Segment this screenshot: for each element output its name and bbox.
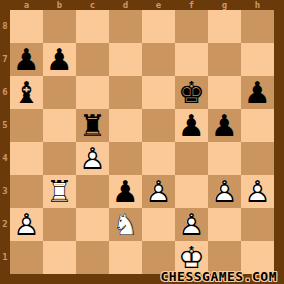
piece-black-bishop[interactable]: ♝: [10, 76, 43, 109]
square-b6[interactable]: [43, 76, 76, 109]
piece-black-pawn[interactable]: ♟: [109, 175, 142, 208]
piece-outline-layer: ♙: [10, 208, 43, 241]
chess-board[interactable]: ♟♟♝♚♟♜♟♟♟♙♜♖♟♟♙♟♙♟♙♟♙♞♘♟♙♚♔: [10, 10, 274, 274]
square-g8[interactable]: [208, 10, 241, 43]
piece-black-pawn[interactable]: ♟: [208, 109, 241, 142]
piece-glyph: ♟: [43, 43, 76, 76]
square-a5[interactable]: [10, 109, 43, 142]
piece-outline-layer: ♘: [109, 208, 142, 241]
square-d3[interactable]: ♟: [109, 175, 142, 208]
square-h8[interactable]: [241, 10, 274, 43]
file-label-f: f: [175, 0, 208, 10]
piece-outline-layer: ♖: [43, 175, 76, 208]
square-c4[interactable]: ♟♙: [76, 142, 109, 175]
square-d8[interactable]: [109, 10, 142, 43]
square-c6[interactable]: [76, 76, 109, 109]
file-label-b: b: [43, 0, 76, 10]
file-label-g: g: [208, 0, 241, 10]
square-d4[interactable]: [109, 142, 142, 175]
rank-label-7: 7: [0, 43, 10, 76]
piece-black-pawn[interactable]: ♟: [241, 76, 274, 109]
chessgames-watermark: CHESSGAMES.COM: [160, 269, 277, 284]
square-b8[interactable]: [43, 10, 76, 43]
piece-black-pawn[interactable]: ♟: [43, 43, 76, 76]
square-a8[interactable]: [10, 10, 43, 43]
square-d1[interactable]: [109, 241, 142, 274]
piece-outline-layer: ♙: [208, 175, 241, 208]
file-label-a: a: [10, 0, 43, 10]
piece-outline-layer: ♙: [76, 142, 109, 175]
piece-white-pawn[interactable]: ♟♙: [10, 208, 43, 241]
square-b2[interactable]: [43, 208, 76, 241]
square-f2[interactable]: ♟♙: [175, 208, 208, 241]
square-d7[interactable]: [109, 43, 142, 76]
rank-label-2: 2: [0, 208, 10, 241]
square-g3[interactable]: ♟♙: [208, 175, 241, 208]
square-g5[interactable]: ♟: [208, 109, 241, 142]
square-a7[interactable]: ♟: [10, 43, 43, 76]
file-label-d: d: [109, 0, 142, 10]
square-e3[interactable]: ♟♙: [142, 175, 175, 208]
square-f7[interactable]: [175, 43, 208, 76]
rank-label-4: 4: [0, 142, 10, 175]
file-label-h: h: [241, 0, 274, 10]
square-e8[interactable]: [142, 10, 175, 43]
piece-white-pawn[interactable]: ♟♙: [76, 142, 109, 175]
square-e7[interactable]: [142, 43, 175, 76]
square-g6[interactable]: [208, 76, 241, 109]
square-h5[interactable]: [241, 109, 274, 142]
piece-outline-layer: ♙: [175, 208, 208, 241]
piece-black-king[interactable]: ♚: [175, 76, 208, 109]
square-c5[interactable]: ♜: [76, 109, 109, 142]
file-label-c: c: [76, 0, 109, 10]
square-e2[interactable]: [142, 208, 175, 241]
piece-glyph: ♟: [10, 43, 43, 76]
piece-black-pawn[interactable]: ♟: [175, 109, 208, 142]
piece-white-pawn[interactable]: ♟♙: [208, 175, 241, 208]
square-e6[interactable]: [142, 76, 175, 109]
piece-white-pawn[interactable]: ♟♙: [142, 175, 175, 208]
file-label-e: e: [142, 0, 175, 10]
square-d5[interactable]: [109, 109, 142, 142]
square-f8[interactable]: [175, 10, 208, 43]
square-a3[interactable]: [10, 175, 43, 208]
square-c7[interactable]: [76, 43, 109, 76]
square-b4[interactable]: [43, 142, 76, 175]
square-b3[interactable]: ♜♖: [43, 175, 76, 208]
square-c3[interactable]: [76, 175, 109, 208]
square-g4[interactable]: [208, 142, 241, 175]
square-a1[interactable]: [10, 241, 43, 274]
square-h7[interactable]: [241, 43, 274, 76]
piece-white-pawn[interactable]: ♟♙: [241, 175, 274, 208]
square-a6[interactable]: ♝: [10, 76, 43, 109]
piece-glyph: ♝: [10, 76, 43, 109]
rank-labels: 87654321: [0, 10, 10, 274]
chessboard-frame: abcdefgh 87654321 ♟♟♝♚♟♜♟♟♟♙♜♖♟♟♙♟♙♟♙♟♙♞…: [0, 0, 284, 284]
square-f4[interactable]: [175, 142, 208, 175]
piece-glyph: ♟: [208, 109, 241, 142]
square-h4[interactable]: [241, 142, 274, 175]
square-e4[interactable]: [142, 142, 175, 175]
square-a2[interactable]: ♟♙: [10, 208, 43, 241]
square-h3[interactable]: ♟♙: [241, 175, 274, 208]
square-g2[interactable]: [208, 208, 241, 241]
piece-glyph: ♚: [175, 76, 208, 109]
square-f3[interactable]: [175, 175, 208, 208]
piece-black-rook[interactable]: ♜: [76, 109, 109, 142]
rank-label-6: 6: [0, 76, 10, 109]
rank-label-5: 5: [0, 109, 10, 142]
square-c1[interactable]: [76, 241, 109, 274]
square-f6[interactable]: ♚: [175, 76, 208, 109]
rank-label-8: 8: [0, 10, 10, 43]
rank-label-1: 1: [0, 241, 10, 274]
piece-glyph: ♟: [241, 76, 274, 109]
square-h6[interactable]: ♟: [241, 76, 274, 109]
square-b5[interactable]: [43, 109, 76, 142]
file-labels: abcdefgh: [10, 0, 274, 10]
square-f5[interactable]: ♟: [175, 109, 208, 142]
square-a4[interactable]: [10, 142, 43, 175]
piece-glyph: ♜: [76, 109, 109, 142]
square-h2[interactable]: [241, 208, 274, 241]
piece-black-pawn[interactable]: ♟: [10, 43, 43, 76]
rank-label-3: 3: [0, 175, 10, 208]
square-b1[interactable]: [43, 241, 76, 274]
square-c8[interactable]: [76, 10, 109, 43]
piece-glyph: ♟: [109, 175, 142, 208]
square-c2[interactable]: [76, 208, 109, 241]
square-b7[interactable]: ♟: [43, 43, 76, 76]
square-e5[interactable]: [142, 109, 175, 142]
square-d2[interactable]: ♞♘: [109, 208, 142, 241]
piece-glyph: ♟: [175, 109, 208, 142]
square-d6[interactable]: [109, 76, 142, 109]
piece-outline-layer: ♙: [241, 175, 274, 208]
piece-white-pawn[interactable]: ♟♙: [175, 208, 208, 241]
square-g7[interactable]: [208, 43, 241, 76]
piece-white-rook[interactable]: ♜♖: [43, 175, 76, 208]
piece-white-knight[interactable]: ♞♘: [109, 208, 142, 241]
piece-outline-layer: ♙: [142, 175, 175, 208]
